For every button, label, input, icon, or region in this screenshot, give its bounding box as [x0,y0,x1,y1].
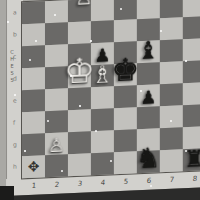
square-f1 [22,111,45,134]
file-label-e: e [13,98,17,104]
square-e1 [22,89,45,112]
photo-corner-shadow [0,186,14,200]
board-logo-ornament: ✥ [28,159,40,174]
square-d5: ♚ [114,63,137,86]
white-bishop: ♗ [92,62,113,87]
square-d3: ♔ [68,65,91,88]
square-f2 [45,110,68,133]
rank-label-7: 7 [167,176,176,184]
file-label-f: f [13,120,15,126]
black-rook: ♜ [184,147,200,171]
square-g2: ♙ [45,132,68,155]
square-c2 [45,44,68,67]
square-h2 [45,154,68,177]
square-h1: ✥ [22,155,45,178]
square-c5 [114,41,137,64]
square-d4: ♗ [91,64,114,87]
file-label-c: c [13,53,16,59]
square-a6 [137,0,160,19]
square-b7 [160,17,183,40]
square-b6 [137,18,160,41]
square-d2 [45,66,68,89]
square-g1 [22,133,45,156]
square-f8 [183,104,200,127]
square-c4: ♟ [91,42,114,65]
square-d6 [137,62,160,85]
square-d1 [22,67,45,90]
square-b3 [68,21,91,44]
square-e7 [160,83,183,106]
square-g5 [114,129,137,152]
square-b2 [45,22,68,45]
rank-label-5: 5 [121,178,130,186]
rank-label-8: 8 [190,175,199,183]
square-a4 [91,0,114,21]
square-e8 [183,82,200,105]
square-f7 [160,105,183,128]
square-e4 [91,86,114,109]
square-h3 [68,153,91,176]
black-pawn: ♟ [94,46,110,65]
square-a1 [22,1,45,24]
square-g8 [183,126,200,149]
board-left-border: CHESS abcdefgh [6,0,23,197]
file-label-a: a [13,9,17,15]
square-d7 [160,61,183,84]
square-a2 [45,0,68,23]
square-b4 [91,20,114,43]
square-g4 [91,130,114,153]
square-f4 [91,108,114,131]
square-b8 [183,16,200,39]
rank-label-3: 3 [75,180,84,188]
square-c1 [22,45,45,68]
square-h7 [160,149,183,172]
square-h4 [91,152,114,175]
square-e6: ♟ [137,84,160,107]
square-f3 [68,109,91,132]
board-wrap: CHESS abcdefgh 12345678 ♟♝♔♗♚♟♙✥♞♜ ♙ [0,0,200,200]
square-g6 [137,128,160,151]
square-g7 [160,127,183,150]
rank-label-1: 1 [29,182,38,190]
square-d8 [183,60,200,83]
square-a5 [114,0,137,20]
square-g3 [68,131,91,154]
board-grid: ♟♝♔♗♚♟♙✥♞♜ [22,0,200,178]
square-a8 [183,0,200,17]
square-e5 [114,85,137,108]
square-h6: ♞ [137,150,160,173]
square-f5 [114,107,137,130]
square-a3 [68,0,91,22]
square-b1 [22,23,45,46]
black-pawn: ♟ [140,88,156,107]
square-c6: ♝ [137,40,160,63]
square-f6 [137,106,160,129]
square-h5 [114,151,137,174]
square-b5 [114,19,137,42]
rank-label-6: 6 [144,177,153,185]
black-bishop: ♝ [138,38,159,63]
chessboard-photo: CHESS abcdefgh 12345678 ♟♝♔♗♚♟♙✥♞♜ ♙ [0,0,200,200]
square-c3 [68,43,91,66]
file-label-h: h [13,164,17,170]
rank-label-4: 4 [98,179,107,187]
white-pawn: ♙ [48,135,65,155]
square-e3 [68,87,91,110]
rank-label-2: 2 [52,181,61,189]
square-e2 [45,88,68,111]
square-c8 [183,38,200,61]
square-c7 [160,39,183,62]
square-h8: ♜ [183,148,200,171]
file-label-d: d [13,75,17,81]
square-a7 [160,0,183,18]
file-label-g: g [13,142,17,148]
file-label-b: b [13,31,17,37]
